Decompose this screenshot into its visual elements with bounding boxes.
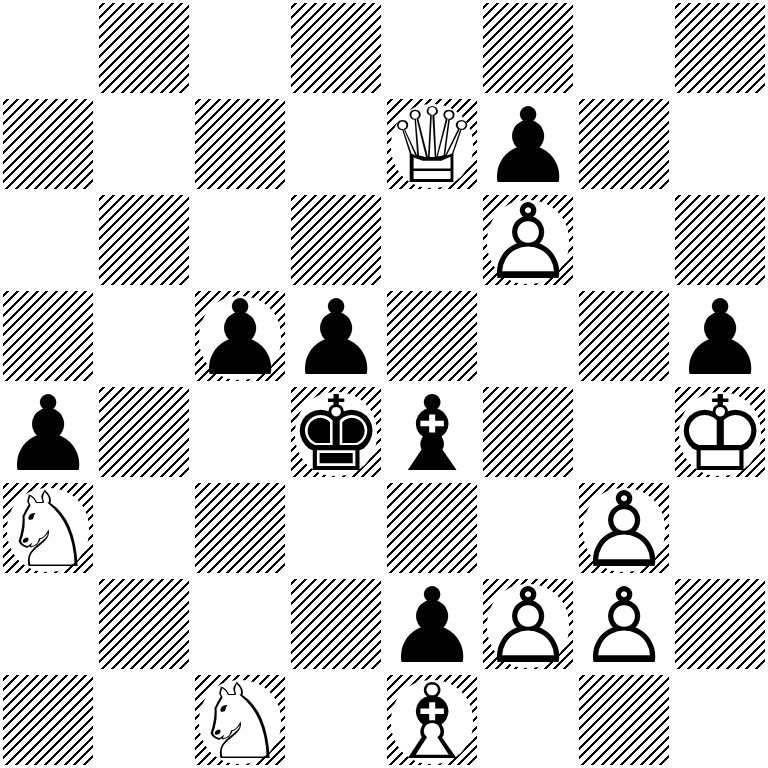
square-h4[interactable]: ♔ xyxy=(672,384,768,480)
piece-white-pawn[interactable]: ♙ xyxy=(576,576,672,672)
white-knight-glyph: ♘ xyxy=(193,674,286,768)
square-b5[interactable] xyxy=(96,288,192,384)
piece-white-knight[interactable]: ♘ xyxy=(192,672,288,768)
square-g3[interactable]: ♙ xyxy=(576,480,672,576)
square-a3[interactable]: ♘ xyxy=(0,480,96,576)
square-h5[interactable]: ♟ xyxy=(672,288,768,384)
square-f2[interactable]: ♙ xyxy=(480,576,576,672)
square-g7[interactable] xyxy=(576,96,672,192)
piece-white-pawn[interactable]: ♙ xyxy=(480,192,576,288)
white-pawn-glyph: ♙ xyxy=(577,482,670,578)
square-g2[interactable]: ♙ xyxy=(576,576,672,672)
square-b6[interactable] xyxy=(96,192,192,288)
square-b4[interactable] xyxy=(96,384,192,480)
square-f4[interactable] xyxy=(480,384,576,480)
square-a8[interactable] xyxy=(0,0,96,96)
square-g6[interactable] xyxy=(576,192,672,288)
square-a7[interactable] xyxy=(0,96,96,192)
black-pawn-glyph: ♟ xyxy=(673,290,766,386)
square-b8[interactable] xyxy=(96,0,192,96)
white-pawn-glyph: ♙ xyxy=(481,194,574,290)
square-h2[interactable] xyxy=(672,576,768,672)
square-c6[interactable] xyxy=(192,192,288,288)
square-g5[interactable] xyxy=(576,288,672,384)
white-pawn-glyph: ♙ xyxy=(481,578,574,674)
square-b3[interactable] xyxy=(96,480,192,576)
chess-diagram: ♕♟♙♟♟♟♟♚♝♔♘♙♟♙♙♘♗ xyxy=(0,0,768,768)
square-b2[interactable] xyxy=(96,576,192,672)
piece-black-pawn[interactable]: ♟ xyxy=(192,288,288,384)
square-g8[interactable] xyxy=(576,0,672,96)
white-king-glyph: ♔ xyxy=(673,386,766,482)
piece-white-king[interactable]: ♔ xyxy=(672,384,768,480)
square-d1[interactable] xyxy=(288,672,384,768)
piece-white-knight[interactable]: ♘ xyxy=(0,480,96,576)
square-e1[interactable]: ♗ xyxy=(384,672,480,768)
square-c3[interactable] xyxy=(192,480,288,576)
square-h7[interactable] xyxy=(672,96,768,192)
black-pawn-glyph: ♟ xyxy=(289,290,382,386)
piece-black-pawn[interactable]: ♟ xyxy=(480,96,576,192)
square-b1[interactable] xyxy=(96,672,192,768)
square-g4[interactable] xyxy=(576,384,672,480)
chess-board: ♕♟♙♟♟♟♟♚♝♔♘♙♟♙♙♘♗ xyxy=(0,0,768,768)
square-d8[interactable] xyxy=(288,0,384,96)
square-c2[interactable] xyxy=(192,576,288,672)
black-pawn-glyph: ♟ xyxy=(193,290,286,386)
square-e7[interactable]: ♕ xyxy=(384,96,480,192)
white-bishop-glyph: ♗ xyxy=(385,674,478,768)
square-c7[interactable] xyxy=(192,96,288,192)
square-f3[interactable] xyxy=(480,480,576,576)
white-knight-glyph: ♘ xyxy=(1,482,94,578)
black-bishop-glyph: ♝ xyxy=(385,386,478,482)
piece-white-pawn[interactable]: ♙ xyxy=(480,576,576,672)
square-a1[interactable] xyxy=(0,672,96,768)
piece-black-pawn[interactable]: ♟ xyxy=(672,288,768,384)
piece-white-queen[interactable]: ♕ xyxy=(384,96,480,192)
square-c8[interactable] xyxy=(192,0,288,96)
white-pawn-glyph: ♙ xyxy=(577,578,670,674)
square-d4[interactable]: ♚ xyxy=(288,384,384,480)
piece-black-pawn[interactable]: ♟ xyxy=(0,384,96,480)
black-pawn-glyph: ♟ xyxy=(385,578,478,674)
black-pawn-glyph: ♟ xyxy=(481,98,574,194)
piece-black-king[interactable]: ♚ xyxy=(288,384,384,480)
piece-black-pawn[interactable]: ♟ xyxy=(384,576,480,672)
square-e5[interactable] xyxy=(384,288,480,384)
square-a6[interactable] xyxy=(0,192,96,288)
piece-white-pawn[interactable]: ♙ xyxy=(576,480,672,576)
square-h1[interactable] xyxy=(672,672,768,768)
square-d7[interactable] xyxy=(288,96,384,192)
square-f7[interactable]: ♟ xyxy=(480,96,576,192)
piece-black-pawn[interactable]: ♟ xyxy=(288,288,384,384)
piece-black-bishop[interactable]: ♝ xyxy=(384,384,480,480)
square-a4[interactable]: ♟ xyxy=(0,384,96,480)
piece-white-bishop[interactable]: ♗ xyxy=(384,672,480,768)
square-e2[interactable]: ♟ xyxy=(384,576,480,672)
square-e4[interactable]: ♝ xyxy=(384,384,480,480)
square-c5[interactable]: ♟ xyxy=(192,288,288,384)
square-a5[interactable] xyxy=(0,288,96,384)
black-pawn-glyph: ♟ xyxy=(1,386,94,482)
square-f6[interactable]: ♙ xyxy=(480,192,576,288)
square-h6[interactable] xyxy=(672,192,768,288)
square-d5[interactable]: ♟ xyxy=(288,288,384,384)
square-f8[interactable] xyxy=(480,0,576,96)
square-e8[interactable] xyxy=(384,0,480,96)
black-king-glyph: ♚ xyxy=(289,386,382,482)
square-d2[interactable] xyxy=(288,576,384,672)
white-queen-glyph: ♕ xyxy=(385,98,478,194)
square-d6[interactable] xyxy=(288,192,384,288)
square-h8[interactable] xyxy=(672,0,768,96)
square-b7[interactable] xyxy=(96,96,192,192)
square-c1[interactable]: ♘ xyxy=(192,672,288,768)
